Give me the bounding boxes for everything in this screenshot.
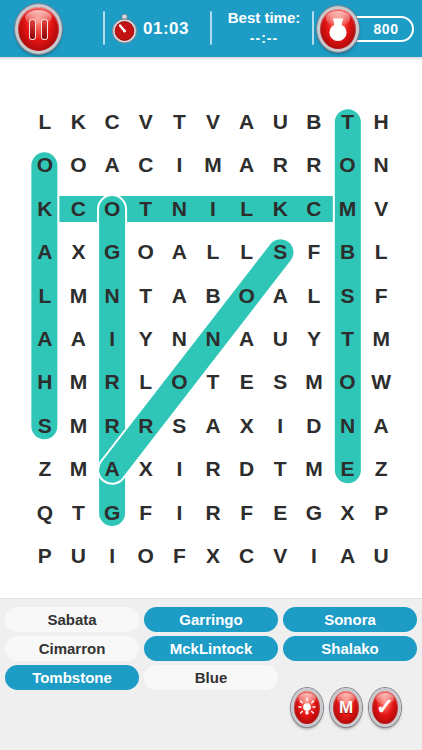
grid-cell[interactable]: T xyxy=(331,317,365,360)
score-button[interactable] xyxy=(317,6,359,52)
grid-cell[interactable]: B xyxy=(196,274,230,317)
grid-cell[interactable]: N xyxy=(163,187,197,230)
grid-cell[interactable]: W xyxy=(364,361,398,404)
grid-cell[interactable]: V xyxy=(263,535,297,578)
m-icon: M xyxy=(339,698,353,718)
lightbulb-hint-icon xyxy=(296,696,318,720)
header-bar: 01:03 Best time: --:-- 800 xyxy=(0,0,422,57)
grid-cell[interactable]: A xyxy=(331,535,365,578)
grid-cell[interactable]: V xyxy=(129,100,163,143)
grid-cell[interactable]: P xyxy=(28,535,62,578)
m-button[interactable]: M xyxy=(330,688,362,727)
grid-cell[interactable]: A xyxy=(230,100,264,143)
best-time-block: Best time: --:-- xyxy=(218,9,310,46)
grid-cell[interactable]: I xyxy=(196,187,230,230)
hint-button[interactable] xyxy=(291,688,323,727)
grid-cell[interactable]: F xyxy=(297,230,331,273)
grid-cell[interactable]: L xyxy=(297,274,331,317)
stopwatch-icon xyxy=(110,14,139,49)
header-divider xyxy=(103,11,105,45)
grid-cell[interactable]: U xyxy=(263,100,297,143)
word-pill-mcklintock[interactable]: MckLintock xyxy=(144,636,278,661)
grid-cell[interactable]: A xyxy=(62,317,96,360)
grid-cell[interactable]: V xyxy=(364,187,398,230)
grid-cell[interactable]: C xyxy=(62,187,96,230)
grid-cell[interactable]: A xyxy=(28,317,62,360)
grid-cell[interactable]: A xyxy=(230,317,264,360)
word-search-board[interactable]: LKCVTVAUBTHOOACIMARRONKCOTNILKCMVAXGOALL… xyxy=(28,100,398,578)
grid-cell[interactable]: I xyxy=(163,143,197,186)
grid-cell[interactable]: D xyxy=(297,404,331,447)
grid-cell[interactable]: O xyxy=(62,143,96,186)
grid-cell[interactable]: O xyxy=(95,187,129,230)
grid-cell[interactable]: O xyxy=(28,143,62,186)
word-pill-sabata[interactable]: Sabata xyxy=(5,607,139,632)
grid-cell[interactable]: I xyxy=(95,535,129,578)
grid-cell[interactable]: A xyxy=(230,143,264,186)
grid-cell[interactable]: E xyxy=(230,361,264,404)
grid-cell[interactable]: L xyxy=(28,100,62,143)
grid-cell[interactable]: U xyxy=(62,535,96,578)
grid-cell[interactable]: C xyxy=(129,143,163,186)
grid-cell[interactable]: T xyxy=(129,274,163,317)
grid-cell[interactable]: F xyxy=(163,535,197,578)
grid-cell[interactable]: V xyxy=(196,100,230,143)
grid-cell[interactable]: Q xyxy=(28,491,62,534)
grid-cell[interactable]: Y xyxy=(129,317,163,360)
grid-cell[interactable]: T xyxy=(129,187,163,230)
grid-cell[interactable]: I xyxy=(163,491,197,534)
grid-cell[interactable]: R xyxy=(129,404,163,447)
grid-cell[interactable]: K xyxy=(62,100,96,143)
timer-value: 01:03 xyxy=(143,19,189,39)
word-pill-cimarron[interactable]: Cimarron xyxy=(5,636,139,661)
grid-cell[interactable]: T xyxy=(62,491,96,534)
grid-cell[interactable]: L xyxy=(364,230,398,273)
grid-cell[interactable]: A xyxy=(163,230,197,273)
grid-cell[interactable]: K xyxy=(263,187,297,230)
grid-cell[interactable]: N xyxy=(331,404,365,447)
pause-button[interactable] xyxy=(15,4,62,54)
grid-cell[interactable]: Y xyxy=(297,317,331,360)
grid-cell[interactable]: U xyxy=(364,535,398,578)
action-button-row: M ✓ xyxy=(291,688,401,727)
grid-cell[interactable]: L xyxy=(230,187,264,230)
grid-cell[interactable]: I xyxy=(297,535,331,578)
grid-cell[interactable]: O xyxy=(129,535,163,578)
grid-cell[interactable]: A xyxy=(263,274,297,317)
grid-cell[interactable]: O xyxy=(163,361,197,404)
grid-cell[interactable]: N xyxy=(196,317,230,360)
grid-cell[interactable]: A xyxy=(364,404,398,447)
letter-grid: LKCVTVAUBTHOOACIMARRONKCOTNILKCMVAXGOALL… xyxy=(28,100,398,578)
grid-cell[interactable]: Z xyxy=(28,448,62,491)
word-pill-garringo[interactable]: Garringo xyxy=(144,607,278,632)
grid-cell[interactable]: I xyxy=(263,404,297,447)
grid-cell[interactable]: O xyxy=(331,361,365,404)
grid-cell[interactable]: K xyxy=(28,187,62,230)
grid-cell[interactable]: N xyxy=(364,143,398,186)
grid-cell[interactable]: R xyxy=(196,448,230,491)
grid-cell[interactable]: R xyxy=(263,143,297,186)
grid-cell[interactable]: O xyxy=(331,143,365,186)
grid-cell[interactable]: R xyxy=(196,491,230,534)
grid-cell[interactable]: R xyxy=(297,143,331,186)
grid-cell[interactable]: G xyxy=(297,491,331,534)
grid-cell[interactable]: S xyxy=(263,361,297,404)
word-pill-tombstone[interactable]: Tombstone xyxy=(5,665,139,690)
grid-cell[interactable]: L xyxy=(129,361,163,404)
confirm-button[interactable]: ✓ xyxy=(369,688,401,727)
grid-cell[interactable]: T xyxy=(163,100,197,143)
grid-cell[interactable]: O xyxy=(129,230,163,273)
grid-cell[interactable]: R xyxy=(95,404,129,447)
grid-cell[interactable]: X xyxy=(62,230,96,273)
grid-cell[interactable]: S xyxy=(163,404,197,447)
grid-cell[interactable]: M xyxy=(297,448,331,491)
grid-cell[interactable]: M xyxy=(331,187,365,230)
grid-cell[interactable]: X xyxy=(230,404,264,447)
grid-cell[interactable]: D xyxy=(230,448,264,491)
grid-cell[interactable]: N xyxy=(95,274,129,317)
header-divider xyxy=(312,11,314,45)
grid-cell[interactable]: I xyxy=(163,448,197,491)
grid-cell[interactable]: N xyxy=(163,317,197,360)
best-time-value: --:-- xyxy=(218,30,310,46)
grid-cell[interactable]: X xyxy=(196,535,230,578)
grid-cell[interactable]: G xyxy=(95,491,129,534)
word-list: SabataGarringoSonoraCimarronMckLintockSh… xyxy=(5,607,417,690)
grid-cell[interactable]: M xyxy=(364,317,398,360)
grid-cell[interactable]: A xyxy=(95,143,129,186)
grid-cell[interactable]: A xyxy=(196,404,230,447)
grid-cell[interactable]: U xyxy=(263,317,297,360)
grid-cell[interactable]: E xyxy=(331,448,365,491)
grid-cell[interactable]: M xyxy=(62,361,96,404)
grid-cell[interactable]: X xyxy=(129,448,163,491)
grid-cell[interactable]: C xyxy=(297,187,331,230)
grid-cell[interactable]: F xyxy=(129,491,163,534)
grid-cell[interactable]: T xyxy=(263,448,297,491)
grid-cell[interactable]: A xyxy=(28,230,62,273)
grid-cell[interactable]: R xyxy=(95,361,129,404)
grid-cell[interactable]: F xyxy=(364,274,398,317)
grid-cell[interactable]: O xyxy=(230,274,264,317)
word-pill-shalako[interactable]: Shalako xyxy=(283,636,417,661)
grid-cell[interactable]: C xyxy=(230,535,264,578)
grid-cell[interactable]: M xyxy=(62,274,96,317)
grid-cell[interactable]: H xyxy=(28,361,62,404)
grid-cell[interactable]: S xyxy=(331,274,365,317)
grid-cell[interactable]: T xyxy=(331,100,365,143)
grid-cell[interactable]: M xyxy=(62,404,96,447)
grid-cell[interactable]: M xyxy=(62,448,96,491)
grid-cell[interactable]: M xyxy=(297,361,331,404)
grid-cell[interactable]: B xyxy=(297,100,331,143)
grid-cell[interactable]: M xyxy=(196,143,230,186)
grid-cell[interactable]: E xyxy=(263,491,297,534)
grid-cell[interactable]: L xyxy=(28,274,62,317)
grid-cell[interactable]: A xyxy=(163,274,197,317)
grid-cell[interactable]: T xyxy=(196,361,230,404)
grid-cell[interactable]: S xyxy=(263,230,297,273)
grid-cell[interactable]: G xyxy=(95,230,129,273)
header-divider xyxy=(210,11,212,45)
grid-cell[interactable]: A xyxy=(95,448,129,491)
word-pill-sonora[interactable]: Sonora xyxy=(283,607,417,632)
grid-cell[interactable]: S xyxy=(28,404,62,447)
grid-cell[interactable]: H xyxy=(364,100,398,143)
grid-cell[interactable]: C xyxy=(95,100,129,143)
word-pill-blue[interactable]: Blue xyxy=(144,665,278,690)
word-list-panel: SabataGarringoSonoraCimarronMckLintockSh… xyxy=(0,598,422,750)
grid-cell[interactable]: L xyxy=(230,230,264,273)
pause-icon xyxy=(29,19,48,40)
grid-cell[interactable]: B xyxy=(331,230,365,273)
grid-cell[interactable]: X xyxy=(331,491,365,534)
grid-cell[interactable]: F xyxy=(230,491,264,534)
checkmark-icon: ✓ xyxy=(376,694,394,720)
grid-cell[interactable]: L xyxy=(196,230,230,273)
points-bag-icon xyxy=(327,17,349,42)
grid-cell[interactable]: I xyxy=(95,317,129,360)
grid-cell[interactable]: P xyxy=(364,491,398,534)
grid-cell[interactable]: Z xyxy=(364,448,398,491)
best-time-label: Best time: xyxy=(218,9,310,26)
